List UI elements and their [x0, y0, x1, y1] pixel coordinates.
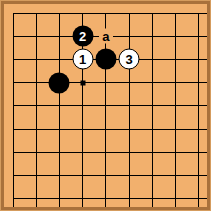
diagram-frame-highlight: 213a — [0, 0, 211, 211]
black-stone — [95, 49, 116, 70]
black-stone-move-2: 2 — [72, 26, 93, 47]
black-stone — [49, 72, 70, 93]
diagram-frame: 213a — [1, 1, 210, 210]
go-board: 213a — [4, 4, 207, 207]
white-stone-move-3: 3 — [119, 49, 140, 70]
point-label-a: a — [99, 29, 113, 44]
star-point — [80, 80, 85, 85]
white-stone-move-1: 1 — [72, 49, 93, 70]
